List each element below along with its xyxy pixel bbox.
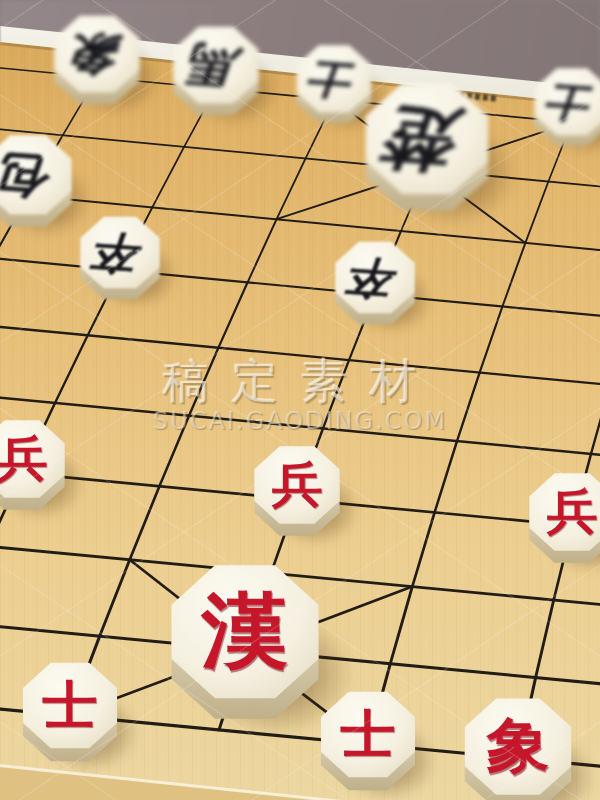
grid-line	[218, 282, 247, 347]
piece-glyph: 兵	[529, 475, 600, 549]
piece-glyph: 漢	[170, 568, 320, 696]
piece-e2-cho-general[interactable]: 楚	[365, 82, 490, 212]
grid-line	[277, 158, 306, 219]
piece-e4-cho-soldier[interactable]: 卒	[335, 241, 416, 325]
grid-line	[457, 373, 480, 442]
piece-g7-han-soldier[interactable]: 兵	[529, 473, 600, 564]
grid-line	[502, 243, 525, 307]
piece-glyph: 兵	[0, 422, 66, 496]
janggi-photo-scene: 象馬士士楚包卒卒兵兵兵漢士士象 稿定素材 SUCAI.GAODING.COM	[0, 0, 600, 800]
piece-glyph: 象	[464, 700, 573, 792]
piece-g10-han-elephant[interactable]: 象	[464, 698, 573, 800]
piece-glyph: 士	[294, 45, 374, 113]
grid-line	[0, 311, 600, 410]
piece-c4-cho-soldier[interactable]: 卒	[80, 216, 161, 300]
piece-glyph: 兵	[254, 448, 341, 522]
grid-line	[591, 385, 600, 454]
piece-glyph: 士	[320, 694, 416, 776]
piece-b1-cho-elephant[interactable]: 象	[54, 15, 141, 105]
grid-line	[435, 441, 457, 512]
piece-glyph: 象	[51, 15, 143, 93]
piece-glyph: 卒	[77, 216, 162, 289]
piece-glyph: 楚	[361, 82, 493, 195]
grid-line	[525, 182, 548, 243]
grid-line	[323, 360, 349, 428]
grid-line	[248, 219, 277, 282]
grid-line	[189, 348, 218, 416]
piece-d10-han-advisor[interactable]: 士	[22, 662, 118, 762]
grid-line	[536, 600, 554, 678]
grid-line	[55, 335, 88, 403]
piece-d1-cho-advisor[interactable]: 士	[296, 45, 372, 124]
grid-line	[152, 147, 184, 208]
piece-f10-han-advisor[interactable]: 士	[320, 691, 416, 791]
piece-c7-han-soldier[interactable]: 兵	[0, 420, 66, 511]
piece-c1-cho-horse[interactable]: 馬	[173, 26, 260, 116]
grid-line	[480, 307, 503, 373]
piece-glyph: 士	[22, 665, 118, 747]
piece-glyph: 士	[532, 68, 600, 136]
grid-line	[100, 560, 130, 636]
grid-line	[159, 416, 189, 487]
piece-glyph: 包	[0, 135, 75, 215]
piece-glyph: 卒	[332, 241, 417, 314]
piece-glyph: 馬	[170, 26, 262, 104]
grid-line	[412, 512, 434, 586]
piece-f1-cho-advisor[interactable]: 士	[534, 68, 600, 147]
piece-e9-han-general[interactable]: 漢	[170, 564, 320, 720]
piece-b3-cho-cannon[interactable]: 包	[0, 135, 73, 228]
piece-e7-han-soldier[interactable]: 兵	[254, 446, 341, 537]
grid-line	[390, 587, 412, 664]
grid-line	[130, 486, 160, 559]
